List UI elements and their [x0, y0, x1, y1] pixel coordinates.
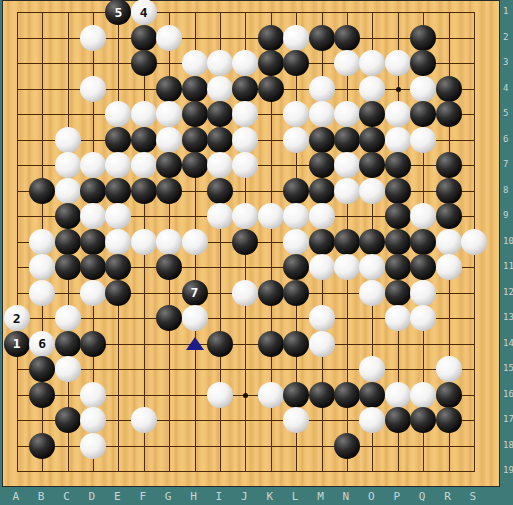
- black-stone: [309, 382, 335, 408]
- white-stone: [309, 254, 335, 280]
- black-stone: [410, 25, 436, 51]
- white-stone: [359, 407, 385, 433]
- white-stone: [55, 127, 81, 153]
- column-label-K: K: [266, 490, 273, 503]
- white-stone: [131, 407, 157, 433]
- black-stone: [309, 152, 335, 178]
- black-stone: [55, 254, 81, 280]
- black-stone: [410, 229, 436, 255]
- go-board-surface[interactable]: 547216: [2, 0, 500, 487]
- black-stone: [359, 382, 385, 408]
- row-label-13: 13: [503, 312, 513, 322]
- white-stone-move-4: 4: [131, 0, 157, 25]
- black-stone: [385, 152, 411, 178]
- black-stone: [385, 178, 411, 204]
- black-stone: [410, 254, 436, 280]
- white-stone: [156, 25, 182, 51]
- black-stone: [410, 407, 436, 433]
- black-stone: [232, 76, 258, 102]
- row-label-9: 9: [503, 210, 508, 220]
- go-client-window: 547216 ABCDEFGHIJKLMNOPQRS 1234567891011…: [0, 0, 513, 505]
- column-label-P: P: [393, 490, 400, 503]
- black-stone: [283, 382, 309, 408]
- black-stone: [182, 76, 208, 102]
- grid-line-horizontal: [17, 369, 475, 370]
- black-stone: [436, 382, 462, 408]
- triangle-marker: [186, 337, 204, 350]
- black-stone: [80, 254, 106, 280]
- black-stone: [385, 229, 411, 255]
- black-stone: [385, 280, 411, 306]
- black-stone: [131, 127, 157, 153]
- black-stone: [359, 229, 385, 255]
- black-stone: [156, 178, 182, 204]
- column-label-I: I: [216, 490, 223, 503]
- black-stone: [29, 382, 55, 408]
- column-label-J: J: [241, 490, 248, 503]
- black-stone: [156, 305, 182, 331]
- column-label-D: D: [89, 490, 96, 503]
- white-stone: [359, 178, 385, 204]
- black-stone: [55, 331, 81, 357]
- white-stone: [80, 280, 106, 306]
- black-stone: [385, 203, 411, 229]
- black-stone: [410, 50, 436, 76]
- star-point: [396, 87, 401, 92]
- black-stone: [182, 101, 208, 127]
- black-stone: [105, 280, 131, 306]
- black-stone: [334, 229, 360, 255]
- black-stone: [207, 127, 233, 153]
- white-stone: [207, 50, 233, 76]
- white-stone: [385, 127, 411, 153]
- row-label-12: 12: [503, 287, 513, 297]
- white-stone: [232, 50, 258, 76]
- white-stone: [309, 331, 335, 357]
- row-label-10: 10: [503, 236, 513, 246]
- white-stone: [461, 229, 487, 255]
- white-stone: [156, 229, 182, 255]
- white-stone: [359, 50, 385, 76]
- black-stone: [29, 433, 55, 459]
- black-stone: [105, 254, 131, 280]
- white-stone: [385, 382, 411, 408]
- black-stone: [232, 229, 258, 255]
- black-stone: [207, 101, 233, 127]
- black-stone: [385, 254, 411, 280]
- black-stone: [334, 433, 360, 459]
- white-stone: [29, 254, 55, 280]
- black-stone: [258, 25, 284, 51]
- column-label-R: R: [444, 490, 451, 503]
- row-label-2: 2: [503, 32, 508, 42]
- black-stone: [80, 331, 106, 357]
- black-stone: [436, 203, 462, 229]
- black-stone: [283, 254, 309, 280]
- white-stone: [232, 127, 258, 153]
- white-stone: [436, 229, 462, 255]
- white-stone: [410, 203, 436, 229]
- column-label-L: L: [292, 490, 299, 503]
- black-stone: [258, 280, 284, 306]
- white-stone: [309, 203, 335, 229]
- black-stone: [131, 25, 157, 51]
- white-stone: [55, 305, 81, 331]
- black-stone: [359, 101, 385, 127]
- white-stone: [410, 382, 436, 408]
- white-stone: [80, 203, 106, 229]
- black-stone: [156, 254, 182, 280]
- white-stone: [55, 356, 81, 382]
- black-stone: [131, 50, 157, 76]
- black-stone: [436, 101, 462, 127]
- black-stone: [80, 229, 106, 255]
- white-stone: [410, 305, 436, 331]
- white-stone: [385, 305, 411, 331]
- white-stone: [182, 229, 208, 255]
- white-stone: [232, 101, 258, 127]
- column-label-C: C: [63, 490, 70, 503]
- black-stone: [334, 25, 360, 51]
- row-label-17: 17: [503, 414, 513, 424]
- white-stone: [334, 254, 360, 280]
- black-stone: [334, 127, 360, 153]
- white-stone: [385, 101, 411, 127]
- row-label-15: 15: [503, 363, 513, 373]
- white-stone: [359, 356, 385, 382]
- white-stone: [359, 254, 385, 280]
- white-stone: [207, 382, 233, 408]
- row-label-8: 8: [503, 185, 508, 195]
- white-stone: [283, 203, 309, 229]
- white-stone: [80, 152, 106, 178]
- row-label-11: 11: [503, 261, 513, 271]
- black-stone: [105, 127, 131, 153]
- column-label-S: S: [470, 490, 477, 503]
- column-label-H: H: [190, 490, 197, 503]
- black-stone: [55, 407, 81, 433]
- black-stone: [207, 331, 233, 357]
- star-point: [243, 393, 248, 398]
- white-stone: [80, 25, 106, 51]
- white-stone: [283, 229, 309, 255]
- white-stone: [207, 152, 233, 178]
- row-label-19: 19: [503, 465, 513, 475]
- black-stone: [309, 25, 335, 51]
- white-stone: [207, 203, 233, 229]
- row-label-3: 3: [503, 57, 508, 67]
- black-stone: [436, 178, 462, 204]
- column-label-G: G: [165, 490, 172, 503]
- white-stone-move-6: 6: [29, 331, 55, 357]
- white-stone: [283, 101, 309, 127]
- white-stone: [359, 280, 385, 306]
- black-stone: [283, 178, 309, 204]
- white-stone: [283, 407, 309, 433]
- black-stone-move-1: 1: [4, 331, 30, 357]
- row-label-7: 7: [503, 159, 508, 169]
- row-label-18: 18: [503, 440, 513, 450]
- white-stone: [334, 152, 360, 178]
- black-stone: [385, 407, 411, 433]
- black-stone: [258, 50, 284, 76]
- white-stone: [80, 433, 106, 459]
- white-stone: [232, 203, 258, 229]
- white-stone: [29, 280, 55, 306]
- white-stone: [55, 152, 81, 178]
- black-stone: [182, 152, 208, 178]
- column-label-M: M: [317, 490, 324, 503]
- black-stone: [55, 203, 81, 229]
- white-stone: [410, 127, 436, 153]
- white-stone: [359, 76, 385, 102]
- white-stone: [410, 280, 436, 306]
- white-stone: [182, 305, 208, 331]
- white-stone: [309, 101, 335, 127]
- black-stone: [80, 178, 106, 204]
- white-stone: [410, 76, 436, 102]
- row-label-5: 5: [503, 108, 508, 118]
- column-label-B: B: [38, 490, 45, 503]
- black-stone: [309, 229, 335, 255]
- black-stone: [436, 152, 462, 178]
- white-stone: [436, 356, 462, 382]
- white-stone: [29, 229, 55, 255]
- white-stone: [131, 152, 157, 178]
- white-stone: [80, 76, 106, 102]
- black-stone-move-5: 5: [105, 0, 131, 25]
- black-stone: [359, 152, 385, 178]
- white-stone: [309, 305, 335, 331]
- black-stone: [55, 229, 81, 255]
- black-stone: [436, 407, 462, 433]
- black-stone: [105, 178, 131, 204]
- black-stone: [359, 127, 385, 153]
- white-stone: [334, 50, 360, 76]
- white-stone: [105, 229, 131, 255]
- black-stone: [410, 101, 436, 127]
- row-coordinates-strip: 12345678910111213141516171819: [499, 0, 513, 505]
- black-stone: [182, 127, 208, 153]
- black-stone: [309, 127, 335, 153]
- white-stone: [80, 407, 106, 433]
- white-stone: [131, 229, 157, 255]
- white-stone: [258, 382, 284, 408]
- black-stone: [131, 178, 157, 204]
- column-label-F: F: [139, 490, 146, 503]
- white-stone: [80, 382, 106, 408]
- white-stone: [283, 25, 309, 51]
- black-stone: [29, 356, 55, 382]
- black-stone: [436, 76, 462, 102]
- black-stone: [156, 76, 182, 102]
- row-label-4: 4: [503, 83, 508, 93]
- black-stone: [309, 178, 335, 204]
- white-stone: [207, 76, 233, 102]
- black-stone: [29, 178, 55, 204]
- white-stone: [258, 203, 284, 229]
- column-label-E: E: [114, 490, 121, 503]
- black-stone: [283, 331, 309, 357]
- column-coordinates-strip: ABCDEFGHIJKLMNOPQRS: [0, 487, 513, 505]
- white-stone-move-2: 2: [4, 305, 30, 331]
- column-label-N: N: [343, 490, 350, 503]
- row-label-6: 6: [503, 134, 508, 144]
- white-stone: [283, 127, 309, 153]
- column-label-O: O: [368, 490, 375, 503]
- black-stone: [283, 50, 309, 76]
- black-stone: [207, 178, 233, 204]
- black-stone: [156, 152, 182, 178]
- column-label-A: A: [12, 490, 19, 503]
- white-stone: [232, 152, 258, 178]
- black-stone-move-7: 7: [182, 280, 208, 306]
- white-stone: [156, 101, 182, 127]
- white-stone: [334, 101, 360, 127]
- grid-line-horizontal: [17, 471, 475, 472]
- white-stone: [131, 101, 157, 127]
- white-stone: [334, 178, 360, 204]
- white-stone: [182, 50, 208, 76]
- row-label-1: 1: [503, 6, 508, 16]
- row-label-14: 14: [503, 338, 513, 348]
- white-stone: [385, 50, 411, 76]
- white-stone: [156, 127, 182, 153]
- white-stone: [55, 178, 81, 204]
- black-stone: [258, 76, 284, 102]
- white-stone: [309, 76, 335, 102]
- black-stone: [258, 331, 284, 357]
- row-label-16: 16: [503, 389, 513, 399]
- column-label-Q: Q: [419, 490, 426, 503]
- black-stone: [283, 280, 309, 306]
- white-stone: [105, 203, 131, 229]
- white-stone: [105, 152, 131, 178]
- white-stone: [232, 280, 258, 306]
- black-stone: [334, 382, 360, 408]
- white-stone: [436, 254, 462, 280]
- white-stone: [105, 101, 131, 127]
